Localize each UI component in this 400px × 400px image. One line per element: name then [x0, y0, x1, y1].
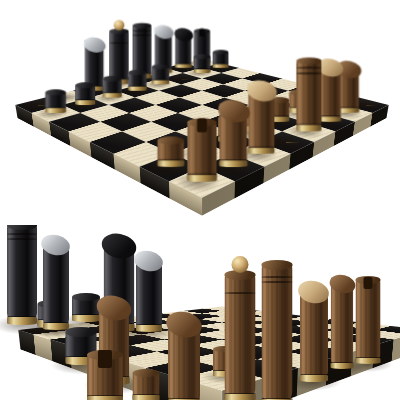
walnut-pawn — [157, 140, 184, 167]
chessboard-full-view — [15, 59, 388, 198]
walnut-queen — [296, 61, 321, 132]
black-pawn — [128, 72, 146, 90]
black-pawn — [103, 78, 122, 97]
walnut-king — [225, 275, 256, 400]
closeup-pieces-layer — [0, 225, 400, 400]
black-bishop — [43, 238, 69, 330]
full-board-view — [0, 0, 400, 224]
black-pawn — [45, 92, 66, 113]
black-pawn — [75, 85, 95, 105]
walnut-rook — [356, 280, 381, 364]
black-pawn — [152, 67, 170, 85]
walnut-rook — [87, 355, 123, 400]
walnut-rook — [187, 122, 217, 181]
walnut-knight — [331, 277, 354, 369]
walnut-king — [273, 70, 299, 142]
walnut-pawn — [133, 373, 160, 400]
walnut-queen — [262, 265, 293, 400]
product-render-canvas: Modern minimalist chess set - walnut and… — [0, 0, 400, 400]
walnut-bishop — [248, 83, 275, 154]
black-bishop — [136, 254, 162, 332]
walnut-bishop — [300, 284, 328, 382]
black-pawn — [173, 61, 190, 78]
closeup-view — [0, 225, 400, 400]
full-view-perspective — [0, 0, 400, 224]
black-pawn — [194, 57, 211, 74]
black-pawn — [72, 297, 100, 322]
black-queen — [7, 225, 37, 325]
walnut-knight — [219, 103, 247, 167]
walnut-knight — [168, 315, 200, 400]
black-pawn — [213, 52, 229, 68]
